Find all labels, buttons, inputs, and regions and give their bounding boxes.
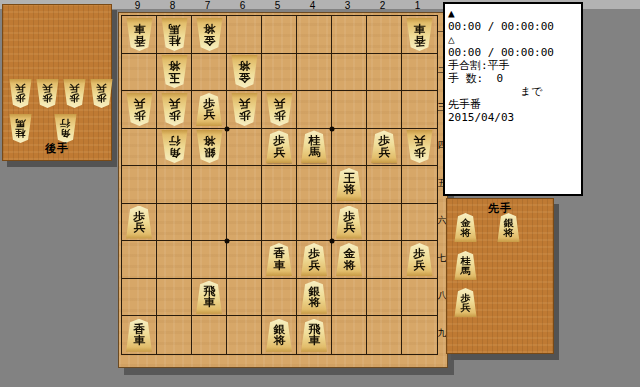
shogi-piece[interactable]: 銀将 bbox=[266, 319, 293, 352]
board-cell[interactable] bbox=[157, 166, 192, 204]
gote-tray-label: 後手 bbox=[3, 141, 111, 156]
board-cell[interactable] bbox=[402, 204, 437, 242]
board-cell[interactable] bbox=[297, 204, 332, 242]
shogi-piece[interactable]: 桂馬 bbox=[161, 18, 188, 51]
board-cell[interactable] bbox=[262, 279, 297, 317]
shogi-piece[interactable]: 金将 bbox=[231, 55, 258, 88]
shogi-piece[interactable]: 桂馬 bbox=[301, 130, 328, 163]
made-label: まで bbox=[448, 85, 581, 98]
piece-kanji: 角 bbox=[60, 129, 70, 139]
board-cell[interactable]: 飛車 bbox=[297, 316, 332, 354]
piece-kanji: 兵 bbox=[273, 98, 285, 110]
sente-hand-row-1: 金将銀将 bbox=[454, 213, 520, 242]
piece-kanji: 兵 bbox=[460, 303, 470, 313]
board-cell[interactable] bbox=[297, 91, 332, 129]
board-cell[interactable]: 歩兵 bbox=[122, 204, 157, 242]
piece-kanji: 歩 bbox=[168, 109, 180, 121]
board-cell[interactable]: 歩兵 bbox=[192, 91, 227, 129]
board-cell[interactable] bbox=[157, 279, 192, 317]
board-cell[interactable] bbox=[262, 166, 297, 204]
file-label: 9 bbox=[120, 0, 155, 11]
info-panel: ▲ 00:00 / 00:00:00 △ 00:00 / 00:00:00 手合… bbox=[443, 2, 583, 196]
piece-kanji: 将 bbox=[273, 335, 285, 347]
piece-kanji: 将 bbox=[460, 228, 470, 238]
piece-kanji: 兵 bbox=[133, 222, 145, 234]
gote-clock: 00:00 / 00:00:00 bbox=[448, 46, 581, 59]
piece-kanji: 桂 bbox=[15, 129, 25, 139]
board-cell[interactable] bbox=[332, 91, 367, 129]
shogi-piece[interactable]: 歩兵 bbox=[196, 93, 223, 126]
file-label: 5 bbox=[260, 0, 295, 11]
piece-kanji: 行 bbox=[60, 119, 70, 129]
shogi-piece[interactable]: 銀将 bbox=[196, 130, 223, 163]
shogi-piece[interactable]: 香車 bbox=[126, 18, 153, 51]
hoshi-dot bbox=[330, 126, 335, 131]
piece-kanji: 歩 bbox=[414, 147, 426, 159]
shogi-piece[interactable]: 歩兵 bbox=[406, 243, 433, 276]
piece-kanji: 将 bbox=[238, 60, 250, 72]
shogi-piece[interactable]: 歩兵 bbox=[266, 130, 293, 163]
piece-kanji: 行 bbox=[168, 135, 180, 147]
board-cell[interactable] bbox=[157, 316, 192, 354]
file-label: 7 bbox=[190, 0, 225, 11]
board-cell[interactable] bbox=[262, 16, 297, 54]
hand-tray-gote: 歩兵歩兵歩兵歩兵 桂馬角行 後手 bbox=[2, 4, 112, 161]
shogi-piece[interactable]: 歩兵 bbox=[406, 130, 433, 163]
piece-kanji: 玉 bbox=[168, 72, 180, 84]
board-cell[interactable] bbox=[297, 166, 332, 204]
board-cell[interactable]: 歩兵 bbox=[262, 91, 297, 129]
piece-kanji: 車 bbox=[203, 297, 215, 309]
board-cell[interactable] bbox=[332, 279, 367, 317]
shogi-piece[interactable]: 歩兵 bbox=[231, 93, 258, 126]
board-cell[interactable] bbox=[227, 279, 262, 317]
shogi-piece[interactable]: 飛車 bbox=[196, 281, 223, 314]
date-line: 2015/04/03 bbox=[448, 111, 581, 124]
shogi-piece[interactable]: 歩兵 bbox=[301, 243, 328, 276]
shogi-piece[interactable]: 角行 bbox=[54, 114, 77, 143]
shogi-piece[interactable]: 歩兵 bbox=[266, 93, 293, 126]
piece-kanji: 兵 bbox=[69, 84, 79, 94]
board-cell[interactable] bbox=[402, 166, 437, 204]
piece-kanji: 歩 bbox=[96, 94, 106, 104]
gote-hand-row-2: 桂馬角行 bbox=[9, 114, 77, 143]
board-cell[interactable] bbox=[157, 241, 192, 279]
file-label: 3 bbox=[330, 0, 365, 11]
shogi-piece[interactable]: 香車 bbox=[266, 243, 293, 276]
board-cell[interactable] bbox=[192, 166, 227, 204]
shogi-piece[interactable]: 飛車 bbox=[301, 319, 328, 352]
board-grid[interactable]: 香車桂馬金将香車玉将金将歩兵歩兵歩兵歩兵歩兵角行銀将歩兵桂馬歩兵歩兵王将歩兵歩兵… bbox=[121, 15, 438, 355]
board-cell[interactable]: 金将 bbox=[227, 54, 262, 92]
board-cell[interactable]: 香車 bbox=[262, 241, 297, 279]
board-cell[interactable]: 歩兵 bbox=[402, 241, 437, 279]
board-cell[interactable] bbox=[192, 54, 227, 92]
shogi-piece[interactable]: 歩兵 bbox=[63, 79, 86, 108]
piece-kanji: 車 bbox=[308, 335, 320, 347]
piece-kanji: 銀 bbox=[203, 147, 215, 159]
piece-kanji: 歩 bbox=[42, 94, 52, 104]
board-cell[interactable] bbox=[367, 316, 402, 354]
board-cell[interactable]: 飛車 bbox=[192, 279, 227, 317]
piece-kanji: 桂 bbox=[168, 34, 180, 46]
shogi-piece[interactable]: 歩兵 bbox=[9, 79, 32, 108]
piece-kanji: 兵 bbox=[15, 84, 25, 94]
board-cell[interactable]: 歩兵 bbox=[402, 129, 437, 167]
piece-kanji: 歩 bbox=[69, 94, 79, 104]
shogi-piece[interactable]: 銀将 bbox=[497, 213, 520, 242]
board-cell[interactable] bbox=[297, 16, 332, 54]
board-cell[interactable]: 桂馬 bbox=[297, 129, 332, 167]
piece-kanji: 歩 bbox=[15, 94, 25, 104]
board-cell[interactable] bbox=[192, 316, 227, 354]
piece-kanji: 車 bbox=[414, 23, 426, 35]
sente-clock: 00:00 / 00:00:00 bbox=[448, 20, 581, 33]
board-cell[interactable]: 香車 bbox=[122, 16, 157, 54]
file-label: 6 bbox=[225, 0, 260, 11]
board-cell[interactable]: 銀将 bbox=[297, 279, 332, 317]
piece-kanji: 馬 bbox=[168, 23, 180, 35]
piece-kanji: 歩 bbox=[273, 109, 285, 121]
piece-kanji: 兵 bbox=[378, 147, 390, 159]
board-cell[interactable] bbox=[227, 241, 262, 279]
board-cell[interactable] bbox=[332, 129, 367, 167]
board-cell[interactable] bbox=[262, 54, 297, 92]
shogi-piece[interactable]: 玉将 bbox=[161, 55, 188, 88]
shogi-piece[interactable]: 金将 bbox=[196, 18, 223, 51]
shogi-piece[interactable]: 王将 bbox=[336, 168, 363, 201]
piece-kanji: 将 bbox=[168, 60, 180, 72]
piece-kanji: 金 bbox=[238, 72, 250, 84]
file-label: 4 bbox=[295, 0, 330, 11]
piece-kanji: 兵 bbox=[203, 109, 215, 121]
board-cell[interactable]: 玉将 bbox=[157, 54, 192, 92]
shogi-piece[interactable]: 銀将 bbox=[301, 281, 328, 314]
piece-kanji: 兵 bbox=[414, 260, 426, 272]
hoshi-dot bbox=[225, 126, 230, 131]
hand-tray-sente: 先手 金将銀将 桂馬 歩兵 bbox=[446, 198, 554, 354]
board-cell[interactable]: 歩兵 bbox=[297, 241, 332, 279]
shogi-piece[interactable]: 香車 bbox=[406, 18, 433, 51]
board-cell[interactable] bbox=[332, 16, 367, 54]
board-cell[interactable] bbox=[227, 204, 262, 242]
piece-kanji: 将 bbox=[343, 184, 355, 196]
board-cell[interactable] bbox=[227, 16, 262, 54]
board-cell[interactable] bbox=[402, 316, 437, 354]
board-cell[interactable] bbox=[367, 204, 402, 242]
file-label: 1 bbox=[400, 0, 435, 11]
shogi-piece[interactable]: 歩兵 bbox=[36, 79, 59, 108]
shogi-piece[interactable]: 歩兵 bbox=[126, 93, 153, 126]
gote-mark: △ bbox=[448, 33, 581, 46]
board-cell[interactable]: 歩兵 bbox=[367, 129, 402, 167]
piece-kanji: 車 bbox=[133, 335, 145, 347]
board-cell[interactable] bbox=[227, 129, 262, 167]
piece-kanji: 将 bbox=[308, 297, 320, 309]
piece-kanji: 歩 bbox=[238, 109, 250, 121]
piece-kanji: 車 bbox=[273, 260, 285, 272]
piece-kanji: 兵 bbox=[414, 135, 426, 147]
shogi-piece[interactable]: 桂馬 bbox=[9, 114, 32, 143]
board-cell[interactable]: 王将 bbox=[332, 166, 367, 204]
piece-kanji: 馬 bbox=[308, 147, 320, 159]
piece-kanji: 兵 bbox=[42, 84, 52, 94]
sente-hand-row-2: 桂馬 bbox=[454, 251, 477, 280]
board-cell[interactable] bbox=[367, 16, 402, 54]
board-cell[interactable]: 金将 bbox=[192, 16, 227, 54]
shogi-piece[interactable]: 金将 bbox=[454, 213, 477, 242]
shogi-piece[interactable]: 歩兵 bbox=[161, 93, 188, 126]
file-label: 8 bbox=[155, 0, 190, 11]
shogi-piece[interactable]: 桂馬 bbox=[454, 251, 477, 280]
board-cell[interactable]: 歩兵 bbox=[262, 129, 297, 167]
piece-kanji: 将 bbox=[203, 135, 215, 147]
board-cell[interactable]: 香車 bbox=[122, 316, 157, 354]
hoshi-dot bbox=[225, 239, 230, 244]
board-cell[interactable]: 歩兵 bbox=[157, 91, 192, 129]
sente-hand-row-3: 歩兵 bbox=[454, 288, 477, 317]
board-cell[interactable]: 歩兵 bbox=[227, 91, 262, 129]
piece-kanji: 馬 bbox=[15, 119, 25, 129]
board-cell[interactable]: 銀将 bbox=[262, 316, 297, 354]
piece-kanji: 兵 bbox=[238, 98, 250, 110]
turn-line: 先手番 bbox=[448, 98, 581, 111]
shogi-board[interactable]: 香車桂馬金将香車玉将金将歩兵歩兵歩兵歩兵歩兵角行銀将歩兵桂馬歩兵歩兵王将歩兵歩兵… bbox=[118, 12, 448, 368]
board-cell[interactable] bbox=[402, 279, 437, 317]
file-coordinates: 987654321 bbox=[120, 0, 435, 11]
board-cell[interactable]: 桂馬 bbox=[157, 16, 192, 54]
board-cell[interactable] bbox=[122, 54, 157, 92]
board-cell[interactable] bbox=[122, 279, 157, 317]
piece-kanji: 金 bbox=[203, 34, 215, 46]
shogi-piece[interactable]: 歩兵 bbox=[126, 206, 153, 239]
board-cell[interactable] bbox=[262, 204, 297, 242]
board-cell[interactable] bbox=[402, 91, 437, 129]
board-cell[interactable]: 金将 bbox=[332, 241, 367, 279]
shogi-piece[interactable]: 金将 bbox=[336, 243, 363, 276]
shogi-piece[interactable]: 歩兵 bbox=[336, 206, 363, 239]
board-cell[interactable]: 香車 bbox=[402, 16, 437, 54]
piece-kanji: 車 bbox=[133, 23, 145, 35]
piece-kanji: 兵 bbox=[133, 98, 145, 110]
board-cell[interactable] bbox=[367, 166, 402, 204]
board-cell[interactable] bbox=[367, 54, 402, 92]
board-cell[interactable] bbox=[157, 204, 192, 242]
board-cell[interactable] bbox=[332, 316, 367, 354]
board-cell[interactable]: 歩兵 bbox=[122, 91, 157, 129]
shogi-piece[interactable]: 歩兵 bbox=[371, 130, 398, 163]
board-cell[interactable] bbox=[122, 166, 157, 204]
piece-kanji: 香 bbox=[133, 34, 145, 46]
piece-kanji: 将 bbox=[503, 228, 513, 238]
piece-kanji: 角 bbox=[168, 147, 180, 159]
shogi-piece[interactable]: 歩兵 bbox=[90, 79, 113, 108]
sente-mark: ▲ bbox=[448, 7, 581, 20]
gote-hand-row-1: 歩兵歩兵歩兵歩兵 bbox=[9, 79, 113, 108]
board-cell[interactable] bbox=[227, 316, 262, 354]
file-label: 2 bbox=[365, 0, 400, 11]
piece-kanji: 将 bbox=[203, 23, 215, 35]
board-cell[interactable] bbox=[332, 54, 367, 92]
shogi-piece[interactable]: 歩兵 bbox=[454, 288, 477, 317]
piece-kanji: 兵 bbox=[308, 260, 320, 272]
piece-kanji: 香 bbox=[414, 34, 426, 46]
piece-kanji: 馬 bbox=[460, 266, 470, 276]
board-cell[interactable] bbox=[367, 241, 402, 279]
move-count-line: 手 数: 0 bbox=[448, 72, 581, 85]
board-cell[interactable] bbox=[367, 91, 402, 129]
board-cell[interactable] bbox=[297, 54, 332, 92]
shogi-piece[interactable]: 角行 bbox=[161, 130, 188, 163]
piece-kanji: 兵 bbox=[168, 98, 180, 110]
board-cell[interactable]: 角行 bbox=[157, 129, 192, 167]
piece-kanji: 兵 bbox=[343, 222, 355, 234]
board-cell[interactable] bbox=[402, 54, 437, 92]
board-cell[interactable] bbox=[227, 166, 262, 204]
board-cell[interactable] bbox=[367, 279, 402, 317]
piece-kanji: 兵 bbox=[96, 84, 106, 94]
board-cell[interactable] bbox=[122, 241, 157, 279]
shogi-piece[interactable]: 香車 bbox=[126, 319, 153, 352]
handicap-line: 手合割:平手 bbox=[448, 59, 581, 72]
board-cell[interactable] bbox=[192, 204, 227, 242]
board-cell[interactable] bbox=[192, 241, 227, 279]
hoshi-dot bbox=[330, 239, 335, 244]
piece-kanji: 歩 bbox=[133, 109, 145, 121]
piece-kanji: 兵 bbox=[273, 147, 285, 159]
piece-kanji: 将 bbox=[343, 260, 355, 272]
board-cell[interactable] bbox=[122, 129, 157, 167]
board-cell[interactable]: 銀将 bbox=[192, 129, 227, 167]
board-cell[interactable]: 歩兵 bbox=[332, 204, 367, 242]
